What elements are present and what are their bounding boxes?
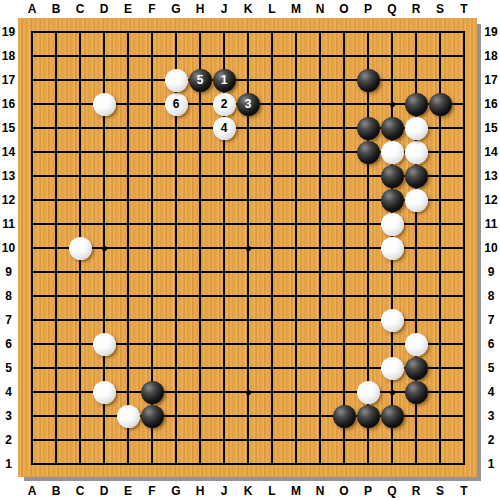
col-label-K: K (236, 481, 260, 500)
stone-white-D16[interactable] (93, 93, 116, 116)
star-point-Q16 (390, 102, 395, 107)
col-label-D: D (92, 0, 116, 17)
col-label-E: E (116, 481, 140, 500)
row-label-1: 1 (482, 452, 500, 476)
col-label-H: H (188, 481, 212, 500)
row-label-3: 3 (482, 404, 500, 428)
col-label-E: E (116, 0, 140, 17)
col-label-F: F (140, 481, 164, 500)
row-labels-right: 19181716151413121110987654321 (482, 20, 500, 476)
stone-black-R4[interactable] (405, 381, 428, 404)
stone-black-H17[interactable]: 5 (189, 69, 212, 92)
stone-black-P3[interactable] (357, 405, 380, 428)
row-label-19: 19 (0, 20, 17, 44)
row-label-5: 5 (482, 356, 500, 380)
stone-white-E3[interactable] (117, 405, 140, 428)
stone-white-G16[interactable]: 6 (165, 93, 188, 116)
col-label-A: A (20, 481, 44, 500)
go-diagram: ABCDEFGHJKLMNOPQRST ABCDEFGHJKLMNOPQRST … (0, 0, 500, 500)
row-label-8: 8 (0, 284, 17, 308)
col-label-L: L (260, 0, 284, 17)
row-label-16: 16 (482, 92, 500, 116)
col-label-R: R (404, 481, 428, 500)
col-label-R: R (404, 0, 428, 17)
stone-white-J15[interactable]: 4 (213, 117, 236, 140)
stone-white-Q5[interactable] (381, 357, 404, 380)
stone-black-R16[interactable] (405, 93, 428, 116)
row-label-12: 12 (482, 188, 500, 212)
stone-black-J17[interactable]: 1 (213, 69, 236, 92)
col-label-N: N (308, 481, 332, 500)
col-label-T: T (452, 0, 476, 17)
row-label-15: 15 (482, 116, 500, 140)
col-label-L: L (260, 481, 284, 500)
col-label-S: S (428, 481, 452, 500)
move-number: 6 (173, 98, 180, 110)
col-label-F: F (140, 0, 164, 17)
row-label-8: 8 (482, 284, 500, 308)
stone-white-Q7[interactable] (381, 309, 404, 332)
stone-black-O3[interactable] (333, 405, 356, 428)
stone-white-R6[interactable] (405, 333, 428, 356)
row-label-13: 13 (482, 164, 500, 188)
row-label-11: 11 (0, 212, 17, 236)
star-point-K4 (246, 390, 251, 395)
row-label-3: 3 (0, 404, 17, 428)
move-number: 3 (245, 98, 252, 110)
col-label-J: J (212, 0, 236, 17)
row-label-11: 11 (482, 212, 500, 236)
row-label-1: 1 (0, 452, 17, 476)
row-label-12: 12 (0, 188, 17, 212)
col-label-B: B (44, 481, 68, 500)
row-label-2: 2 (482, 428, 500, 452)
row-label-5: 5 (0, 356, 17, 380)
stone-black-Q13[interactable] (381, 165, 404, 188)
row-label-14: 14 (0, 140, 17, 164)
move-number: 5 (197, 74, 204, 86)
row-label-7: 7 (0, 308, 17, 332)
stone-black-Q15[interactable] (381, 117, 404, 140)
stone-black-P17[interactable] (357, 69, 380, 92)
row-label-13: 13 (0, 164, 17, 188)
row-label-9: 9 (482, 260, 500, 284)
column-labels-top: ABCDEFGHJKLMNOPQRST (20, 0, 476, 17)
star-point-D10 (102, 246, 107, 251)
col-label-C: C (68, 481, 92, 500)
row-label-9: 9 (0, 260, 17, 284)
row-label-14: 14 (482, 140, 500, 164)
row-label-19: 19 (482, 20, 500, 44)
stone-black-S16[interactable] (429, 93, 452, 116)
col-label-S: S (428, 0, 452, 17)
col-label-D: D (92, 481, 116, 500)
row-label-17: 17 (482, 68, 500, 92)
col-label-G: G (164, 0, 188, 17)
col-label-M: M (284, 0, 308, 17)
stone-white-Q14[interactable] (381, 141, 404, 164)
stone-black-R5[interactable] (405, 357, 428, 380)
row-label-10: 10 (0, 236, 17, 260)
go-board[interactable]: 123456 (18, 18, 477, 477)
col-label-B: B (44, 0, 68, 17)
col-label-M: M (284, 481, 308, 500)
col-label-J: J (212, 481, 236, 500)
col-label-P: P (356, 481, 380, 500)
stone-white-C10[interactable] (69, 237, 92, 260)
row-label-18: 18 (0, 44, 17, 68)
stone-black-P15[interactable] (357, 117, 380, 140)
move-number: 2 (221, 98, 228, 110)
row-label-7: 7 (482, 308, 500, 332)
col-label-P: P (356, 0, 380, 17)
board-points[interactable]: 123456 (20, 20, 476, 476)
stone-white-R12[interactable] (405, 189, 428, 212)
stone-white-Q11[interactable] (381, 213, 404, 236)
col-label-Q: Q (380, 0, 404, 17)
col-label-C: C (68, 0, 92, 17)
row-label-4: 4 (482, 380, 500, 404)
star-point-K10 (246, 246, 251, 251)
stone-white-Q10[interactable] (381, 237, 404, 260)
row-label-17: 17 (0, 68, 17, 92)
col-label-Q: Q (380, 481, 404, 500)
stone-black-P14[interactable] (357, 141, 380, 164)
col-label-H: H (188, 0, 212, 17)
col-label-K: K (236, 0, 260, 17)
col-label-O: O (332, 481, 356, 500)
stone-black-F4[interactable] (141, 381, 164, 404)
row-label-16: 16 (0, 92, 17, 116)
row-label-6: 6 (0, 332, 17, 356)
row-labels-left: 19181716151413121110987654321 (0, 20, 17, 476)
row-label-4: 4 (0, 380, 17, 404)
col-label-T: T (452, 481, 476, 500)
stone-black-F3[interactable] (141, 405, 164, 428)
stone-black-R13[interactable] (405, 165, 428, 188)
col-label-A: A (20, 0, 44, 17)
column-labels-bottom: ABCDEFGHJKLMNOPQRST (20, 481, 476, 500)
stone-white-G17[interactable] (165, 69, 188, 92)
col-label-O: O (332, 0, 356, 17)
move-number: 4 (221, 122, 228, 134)
stone-black-K16[interactable]: 3 (237, 93, 260, 116)
stone-white-R15[interactable] (405, 117, 428, 140)
stone-black-Q3[interactable] (381, 405, 404, 428)
col-label-G: G (164, 481, 188, 500)
stone-white-D6[interactable] (93, 333, 116, 356)
row-label-6: 6 (482, 332, 500, 356)
row-label-2: 2 (0, 428, 17, 452)
move-number: 1 (221, 74, 228, 86)
stone-white-J16[interactable]: 2 (213, 93, 236, 116)
stone-black-Q12[interactable] (381, 189, 404, 212)
stone-white-D4[interactable] (93, 381, 116, 404)
row-label-10: 10 (482, 236, 500, 260)
row-label-15: 15 (0, 116, 17, 140)
stone-white-P4[interactable] (357, 381, 380, 404)
row-label-18: 18 (482, 44, 500, 68)
stone-white-R14[interactable] (405, 141, 428, 164)
col-label-N: N (308, 0, 332, 17)
star-point-Q4 (390, 390, 395, 395)
